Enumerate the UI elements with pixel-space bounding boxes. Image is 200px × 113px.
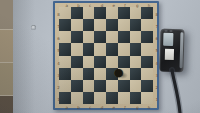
square-e6[interactable] — [106, 31, 118, 43]
square-f8[interactable] — [118, 7, 130, 19]
square-f2[interactable] — [118, 80, 130, 92]
black-pawn[interactable]: ● — [114, 67, 124, 78]
screw-hole — [31, 25, 36, 30]
rank-label-left: 6 — [57, 37, 60, 41]
square-b8[interactable] — [71, 7, 83, 19]
square-d4[interactable] — [94, 56, 106, 68]
rank-label-left: 7 — [57, 25, 60, 29]
rank-label-right: 7 — [156, 25, 159, 29]
square-d2[interactable] — [94, 80, 106, 92]
square-a1[interactable] — [59, 92, 71, 104]
rank-label-left: 3 — [57, 74, 60, 78]
square-g4[interactable] — [130, 56, 142, 68]
square-e7[interactable] — [106, 19, 118, 31]
square-a3[interactable] — [59, 68, 71, 80]
file-label-bottom: d — [101, 106, 104, 110]
rank-label-left: 1 — [57, 98, 60, 102]
square-b5[interactable] — [71, 43, 83, 55]
square-e2[interactable] — [106, 80, 118, 92]
clock-side-strip — [180, 32, 184, 68]
square-f7[interactable] — [118, 19, 130, 31]
wall-tile — [0, 0, 13, 29]
clock-button[interactable] — [169, 30, 172, 32]
square-c3[interactable] — [83, 68, 95, 80]
rank-label-right: 1 — [156, 98, 159, 102]
rank-label-right: 4 — [156, 62, 159, 66]
rank-label-left: 8 — [57, 13, 60, 17]
square-e5[interactable] — [106, 43, 118, 55]
square-f3[interactable]: ● — [118, 68, 130, 80]
square-h5[interactable] — [141, 43, 153, 55]
chessboard: ● aa88bb77cc66dd55ee44ff33gg22hh11 — [53, 1, 159, 110]
square-h6[interactable] — [141, 31, 153, 43]
square-e1[interactable] — [106, 92, 118, 104]
file-label-bottom: e — [113, 106, 115, 110]
square-a6[interactable] — [59, 31, 71, 43]
rank-label-right: 2 — [156, 86, 159, 90]
square-g6[interactable] — [130, 31, 142, 43]
square-b7[interactable] — [71, 19, 83, 31]
square-d1[interactable] — [94, 92, 106, 104]
clock-button[interactable] — [164, 30, 167, 32]
board-grid: ● — [59, 7, 153, 104]
rank-label-left: 5 — [57, 49, 60, 53]
square-b6[interactable] — [71, 31, 83, 43]
file-label-bottom: h — [148, 106, 151, 110]
clock-label — [165, 49, 174, 60]
file-label-bottom: f — [124, 106, 125, 110]
square-h3[interactable] — [141, 68, 153, 80]
square-d3[interactable] — [94, 68, 106, 80]
square-d8[interactable] — [94, 7, 106, 19]
square-b2[interactable] — [71, 80, 83, 92]
square-h7[interactable] — [141, 19, 153, 31]
square-a8[interactable] — [59, 7, 71, 19]
rank-label-right: 5 — [156, 49, 159, 53]
square-c1[interactable] — [83, 92, 95, 104]
square-d7[interactable] — [94, 19, 106, 31]
square-f1[interactable] — [118, 92, 130, 104]
file-label-bottom: b — [77, 106, 80, 110]
square-f6[interactable] — [118, 31, 130, 43]
clock-display — [163, 33, 173, 46]
file-label-bottom: g — [136, 106, 139, 110]
rank-label-right: 3 — [156, 74, 159, 78]
chess-clock[interactable] — [159, 29, 184, 73]
square-g7[interactable] — [130, 19, 142, 31]
square-f5[interactable] — [118, 43, 130, 55]
square-a5[interactable] — [59, 43, 71, 55]
square-a7[interactable] — [59, 19, 71, 31]
file-label-top: b — [77, 4, 80, 8]
square-c4[interactable] — [83, 56, 95, 68]
square-h4[interactable] — [141, 56, 153, 68]
file-label-top: e — [113, 4, 115, 8]
square-c5[interactable] — [83, 43, 95, 55]
square-g1[interactable] — [130, 92, 142, 104]
square-h1[interactable] — [141, 92, 153, 104]
square-b3[interactable] — [71, 68, 83, 80]
square-a2[interactable] — [59, 80, 71, 92]
square-g8[interactable] — [130, 7, 142, 19]
wall-tile — [0, 29, 13, 62]
square-h8[interactable] — [141, 7, 153, 19]
square-d5[interactable] — [94, 43, 106, 55]
square-c8[interactable] — [83, 7, 95, 19]
file-label-top: g — [136, 4, 139, 8]
square-c6[interactable] — [83, 31, 95, 43]
square-d6[interactable] — [94, 31, 106, 43]
file-label-top: h — [148, 4, 151, 8]
file-label-top: f — [124, 4, 125, 8]
wall-tile — [0, 62, 13, 95]
square-c7[interactable] — [83, 19, 95, 31]
rank-label-right: 6 — [156, 37, 159, 41]
square-e8[interactable] — [106, 7, 118, 19]
square-b1[interactable] — [71, 92, 83, 104]
square-g3[interactable] — [130, 68, 142, 80]
square-b4[interactable] — [71, 56, 83, 68]
file-label-top: d — [101, 4, 104, 8]
photo-scene: ● aa88bb77cc66dd55ee44ff33gg22hh11 — [0, 0, 200, 113]
clock-cable — [158, 66, 190, 113]
square-h2[interactable] — [141, 80, 153, 92]
rank-label-right: 8 — [156, 13, 159, 17]
square-c2[interactable] — [83, 80, 95, 92]
file-label-bottom: c — [89, 106, 91, 110]
square-g2[interactable] — [130, 80, 142, 92]
square-a4[interactable] — [59, 56, 71, 68]
rank-label-left: 4 — [57, 62, 60, 66]
wall-shadow — [13, 0, 35, 113]
square-g5[interactable] — [130, 43, 142, 55]
file-label-top: c — [89, 4, 91, 8]
wall-tiles — [0, 0, 13, 113]
rank-label-left: 2 — [57, 86, 60, 90]
file-label-top: a — [66, 4, 68, 8]
file-label-bottom: a — [66, 106, 68, 110]
wall-tile — [0, 95, 13, 113]
